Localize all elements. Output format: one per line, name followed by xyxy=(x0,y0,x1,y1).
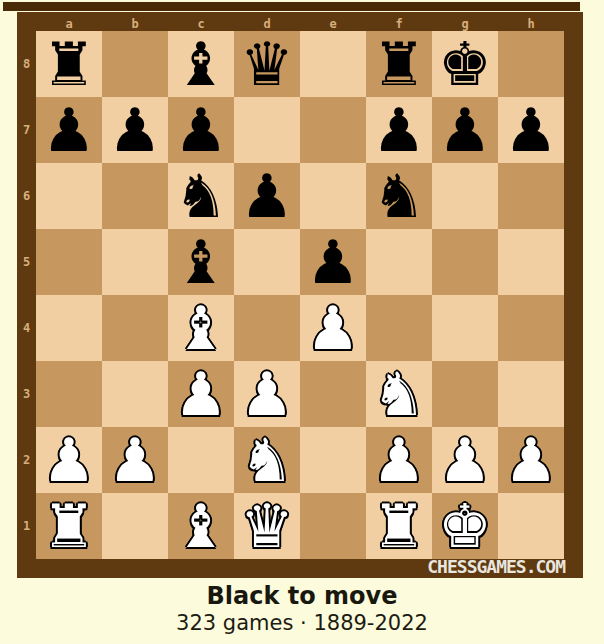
file-labels: abcdefgh xyxy=(36,12,564,31)
square-e6 xyxy=(300,163,366,229)
square-g2: ♟ xyxy=(432,427,498,493)
square-e8 xyxy=(300,31,366,97)
square-d8: ♛ xyxy=(234,31,300,97)
black-pawn-icon: ♟ xyxy=(174,97,228,163)
square-g3 xyxy=(432,361,498,427)
square-h4 xyxy=(498,295,564,361)
square-h2: ♟ xyxy=(498,427,564,493)
white-pawn-icon: ♟ xyxy=(438,427,492,493)
rank-label-3: 3 xyxy=(17,361,36,427)
black-pawn-icon: ♟ xyxy=(372,97,426,163)
white-knight-icon: ♞ xyxy=(240,427,294,493)
games-meta-caption: 323 games · 1889-2022 xyxy=(0,611,604,635)
square-e7 xyxy=(300,97,366,163)
square-a5 xyxy=(36,229,102,295)
square-a6 xyxy=(36,163,102,229)
black-king-icon: ♚ xyxy=(438,31,492,97)
black-rook-icon: ♜ xyxy=(372,31,426,97)
black-pawn-icon: ♟ xyxy=(504,97,558,163)
square-a1: ♜ xyxy=(36,493,102,559)
black-bishop-icon: ♝ xyxy=(174,31,228,97)
white-king-icon: ♚ xyxy=(438,493,492,559)
top-divider xyxy=(3,2,580,11)
square-d7 xyxy=(234,97,300,163)
white-knight-icon: ♞ xyxy=(372,361,426,427)
square-f4 xyxy=(366,295,432,361)
square-c4: ♝ xyxy=(168,295,234,361)
rank-label-8: 8 xyxy=(17,31,36,97)
black-rook-icon: ♜ xyxy=(42,31,96,97)
black-knight-icon: ♞ xyxy=(174,163,228,229)
square-c5: ♝ xyxy=(168,229,234,295)
square-f7: ♟ xyxy=(366,97,432,163)
square-b3 xyxy=(102,361,168,427)
black-pawn-icon: ♟ xyxy=(240,163,294,229)
square-a2: ♟ xyxy=(36,427,102,493)
square-h1 xyxy=(498,493,564,559)
white-pawn-icon: ♟ xyxy=(240,361,294,427)
square-d2: ♞ xyxy=(234,427,300,493)
square-c8: ♝ xyxy=(168,31,234,97)
black-bishop-icon: ♝ xyxy=(174,229,228,295)
white-bishop-icon: ♝ xyxy=(174,493,228,559)
square-c1: ♝ xyxy=(168,493,234,559)
rank-label-7: 7 xyxy=(17,97,36,163)
square-h6 xyxy=(498,163,564,229)
square-g7: ♟ xyxy=(432,97,498,163)
square-b6 xyxy=(102,163,168,229)
square-f2: ♟ xyxy=(366,427,432,493)
black-pawn-icon: ♟ xyxy=(42,97,96,163)
board-squares: ♜♝♛♜♚♟♟♟♟♟♟♞♟♞♝♟♝♟♟♟♞♟♟♞♟♟♟♜♝♛♜♚ xyxy=(36,31,564,559)
square-f5 xyxy=(366,229,432,295)
square-g6 xyxy=(432,163,498,229)
square-b7: ♟ xyxy=(102,97,168,163)
white-rook-icon: ♜ xyxy=(42,493,96,559)
black-queen-icon: ♛ xyxy=(240,31,294,97)
square-c7: ♟ xyxy=(168,97,234,163)
square-a4 xyxy=(36,295,102,361)
rank-label-5: 5 xyxy=(17,229,36,295)
white-queen-icon: ♛ xyxy=(240,493,294,559)
chess-board: abcdefgh 87654321 ♜♝♛♜♚♟♟♟♟♟♟♞♟♞♝♟♝♟♟♟♞♟… xyxy=(17,12,583,578)
square-b1 xyxy=(102,493,168,559)
square-d5 xyxy=(234,229,300,295)
white-pawn-icon: ♟ xyxy=(174,361,228,427)
watermark: CHESSGAMES.COM xyxy=(427,556,565,577)
page: abcdefgh 87654321 ♜♝♛♜♚♟♟♟♟♟♟♞♟♞♝♟♝♟♟♟♞♟… xyxy=(0,0,604,644)
black-knight-icon: ♞ xyxy=(372,163,426,229)
square-g1: ♚ xyxy=(432,493,498,559)
square-d1: ♛ xyxy=(234,493,300,559)
square-b5 xyxy=(102,229,168,295)
black-pawn-icon: ♟ xyxy=(108,97,162,163)
square-h3 xyxy=(498,361,564,427)
square-g4 xyxy=(432,295,498,361)
white-pawn-icon: ♟ xyxy=(372,427,426,493)
square-f3: ♞ xyxy=(366,361,432,427)
rank-labels: 87654321 xyxy=(17,31,36,559)
square-e5: ♟ xyxy=(300,229,366,295)
white-pawn-icon: ♟ xyxy=(504,427,558,493)
square-f6: ♞ xyxy=(366,163,432,229)
square-c6: ♞ xyxy=(168,163,234,229)
square-e2 xyxy=(300,427,366,493)
square-g8: ♚ xyxy=(432,31,498,97)
status-caption: Black to move xyxy=(0,582,604,610)
white-rook-icon: ♜ xyxy=(372,493,426,559)
square-e1 xyxy=(300,493,366,559)
square-b4 xyxy=(102,295,168,361)
square-a7: ♟ xyxy=(36,97,102,163)
black-pawn-icon: ♟ xyxy=(438,97,492,163)
square-h8 xyxy=(498,31,564,97)
square-d4 xyxy=(234,295,300,361)
square-e3 xyxy=(300,361,366,427)
square-a3 xyxy=(36,361,102,427)
rank-label-1: 1 xyxy=(17,493,36,559)
square-d6: ♟ xyxy=(234,163,300,229)
square-e4: ♟ xyxy=(300,295,366,361)
rank-label-6: 6 xyxy=(17,163,36,229)
black-pawn-icon: ♟ xyxy=(306,229,360,295)
square-a8: ♜ xyxy=(36,31,102,97)
white-pawn-icon: ♟ xyxy=(306,295,360,361)
white-pawn-icon: ♟ xyxy=(42,427,96,493)
square-f8: ♜ xyxy=(366,31,432,97)
white-bishop-icon: ♝ xyxy=(174,295,228,361)
white-pawn-icon: ♟ xyxy=(108,427,162,493)
square-h7: ♟ xyxy=(498,97,564,163)
square-d3: ♟ xyxy=(234,361,300,427)
rank-label-2: 2 xyxy=(17,427,36,493)
square-b2: ♟ xyxy=(102,427,168,493)
square-g5 xyxy=(432,229,498,295)
square-f1: ♜ xyxy=(366,493,432,559)
square-c3: ♟ xyxy=(168,361,234,427)
square-b8 xyxy=(102,31,168,97)
square-h5 xyxy=(498,229,564,295)
rank-label-4: 4 xyxy=(17,295,36,361)
square-c2 xyxy=(168,427,234,493)
